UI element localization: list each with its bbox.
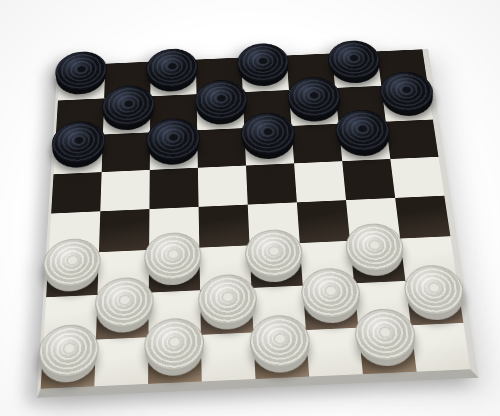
light-square-r4c6[interactable] — [294, 161, 346, 202]
dark-square-r4c5[interactable] — [246, 163, 297, 204]
dark-square-r7c2[interactable] — [96, 293, 149, 340]
black-checker-piece[interactable] — [326, 40, 382, 81]
light-square-r1c3[interactable] — [150, 60, 196, 97]
dark-square-r8c7[interactable] — [358, 325, 416, 374]
light-square-r2c8[interactable] — [381, 84, 433, 122]
dark-square-r7c4[interactable] — [200, 288, 253, 335]
light-square-r8c8[interactable] — [411, 323, 470, 372]
dark-square-r3c4[interactable] — [197, 128, 246, 168]
light-square-r3c1[interactable] — [54, 135, 103, 175]
black-checker-piece[interactable] — [236, 42, 290, 83]
dark-square-r5c6[interactable] — [297, 200, 350, 243]
light-square-r2c6[interactable] — [289, 88, 339, 126]
light-square-r2c2[interactable] — [103, 96, 150, 134]
light-square-r8c2[interactable] — [94, 337, 148, 386]
dark-square-r8c5[interactable] — [253, 330, 309, 379]
black-checker-piece[interactable] — [146, 117, 200, 161]
white-checker-piece[interactable] — [144, 231, 202, 281]
dark-square-r7c8[interactable] — [405, 279, 463, 326]
dark-square-r4c1[interactable] — [51, 172, 101, 213]
dark-square-r4c3[interactable] — [149, 168, 198, 209]
board-perspective-wrapper — [17, 0, 479, 405]
white-checker-piece[interactable] — [402, 264, 467, 316]
black-checker-piece[interactable] — [146, 48, 198, 89]
dark-square-r5c8[interactable] — [395, 196, 450, 239]
light-square-r2c4[interactable] — [197, 92, 245, 130]
dark-square-r3c6[interactable] — [291, 124, 342, 164]
black-checker-piece[interactable] — [54, 51, 107, 92]
light-square-r1c5[interactable] — [241, 55, 289, 92]
dark-square-r6c7[interactable] — [350, 239, 405, 284]
checkers-board — [41, 49, 471, 388]
light-square-r1c7[interactable] — [332, 51, 382, 88]
dark-square-r3c2[interactable] — [102, 132, 150, 172]
light-square-r1c1[interactable] — [58, 64, 105, 101]
light-square-r4c8[interactable] — [390, 157, 444, 198]
dark-square-r8c1[interactable] — [41, 340, 96, 389]
dark-square-r3c8[interactable] — [386, 120, 439, 159]
black-checker-piece[interactable] — [195, 79, 249, 122]
dark-square-r7c6[interactable] — [303, 283, 359, 330]
board-surface — [37, 49, 479, 398]
light-square-r4c4[interactable] — [198, 166, 248, 207]
light-square-r3c7[interactable] — [339, 122, 391, 162]
dark-square-r6c5[interactable] — [250, 243, 303, 288]
dark-square-r5c2[interactable] — [99, 209, 150, 252]
photo-scene — [0, 0, 500, 416]
dark-square-r4c7[interactable] — [342, 159, 395, 200]
dark-square-r6c1[interactable] — [46, 252, 99, 297]
dark-square-r6c3[interactable] — [149, 248, 200, 293]
light-square-r4c2[interactable] — [100, 170, 149, 211]
light-square-r8c4[interactable] — [201, 332, 256, 381]
black-checker-piece[interactable] — [378, 71, 436, 113]
light-square-r3c5[interactable] — [244, 126, 294, 166]
light-square-r3c3[interactable] — [150, 130, 198, 170]
dark-square-r8c3[interactable] — [148, 335, 202, 384]
white-checker-piece[interactable] — [144, 317, 204, 372]
dark-square-r5c4[interactable] — [199, 205, 250, 248]
white-checker-piece[interactable] — [198, 273, 258, 325]
